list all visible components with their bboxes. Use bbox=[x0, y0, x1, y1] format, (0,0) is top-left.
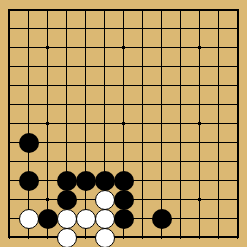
star-point bbox=[122, 46, 125, 49]
board-intersection[interactable] bbox=[95, 209, 114, 228]
black-stone bbox=[152, 209, 172, 229]
white-stone bbox=[57, 209, 77, 229]
board-intersection[interactable] bbox=[19, 114, 38, 133]
board-intersection[interactable] bbox=[95, 133, 114, 152]
board-intersection[interactable] bbox=[133, 133, 152, 152]
board-margin-right bbox=[239, 0, 247, 247]
board-intersection[interactable] bbox=[171, 190, 190, 209]
board-intersection[interactable] bbox=[209, 76, 228, 95]
black-stone bbox=[19, 133, 39, 153]
board-intersection[interactable] bbox=[76, 114, 95, 133]
board-intersection[interactable] bbox=[76, 190, 95, 209]
board-intersection[interactable] bbox=[57, 190, 76, 209]
board-intersection[interactable] bbox=[19, 133, 38, 152]
board-intersection[interactable] bbox=[38, 171, 57, 190]
board-intersection[interactable] bbox=[190, 76, 209, 95]
board-intersection[interactable] bbox=[152, 152, 171, 171]
board-intersection[interactable] bbox=[57, 38, 76, 57]
board-intersection[interactable] bbox=[19, 19, 38, 38]
star-point bbox=[198, 198, 201, 201]
white-stone bbox=[57, 228, 77, 247]
board-intersection[interactable] bbox=[95, 76, 114, 95]
star-point bbox=[198, 46, 201, 49]
board-intersection[interactable] bbox=[209, 114, 228, 133]
board-intersection[interactable] bbox=[209, 209, 228, 228]
white-stone bbox=[95, 228, 115, 247]
board-intersection[interactable] bbox=[209, 19, 228, 38]
board-intersection[interactable] bbox=[57, 209, 76, 228]
board-intersection[interactable] bbox=[57, 76, 76, 95]
board-margin-left bbox=[0, 0, 8, 247]
board-intersection[interactable] bbox=[57, 114, 76, 133]
black-stone bbox=[114, 209, 134, 229]
board-intersection[interactable] bbox=[95, 114, 114, 133]
board-intersection[interactable] bbox=[171, 76, 190, 95]
board-intersection[interactable] bbox=[190, 152, 209, 171]
board-intersection[interactable] bbox=[171, 152, 190, 171]
board-intersection[interactable] bbox=[133, 38, 152, 57]
board-intersection[interactable] bbox=[114, 38, 133, 57]
black-stone bbox=[38, 209, 58, 229]
board-intersection[interactable] bbox=[133, 76, 152, 95]
board-intersection[interactable] bbox=[133, 171, 152, 190]
board-intersection[interactable] bbox=[38, 19, 57, 38]
board-intersection[interactable] bbox=[95, 152, 114, 171]
board-intersection[interactable] bbox=[152, 114, 171, 133]
board-intersection[interactable] bbox=[19, 76, 38, 95]
board-intersection[interactable] bbox=[171, 133, 190, 152]
board-intersection[interactable] bbox=[171, 209, 190, 228]
board-intersection[interactable] bbox=[171, 19, 190, 38]
board-intersection[interactable] bbox=[38, 152, 57, 171]
board-intersection[interactable] bbox=[209, 133, 228, 152]
white-stone bbox=[95, 209, 115, 229]
board-intersection[interactable] bbox=[76, 171, 95, 190]
board-intersection[interactable] bbox=[133, 95, 152, 114]
board-intersection[interactable] bbox=[114, 171, 133, 190]
black-stone bbox=[19, 171, 39, 191]
board-intersection[interactable] bbox=[152, 76, 171, 95]
board-intersection[interactable] bbox=[209, 190, 228, 209]
board-intersection[interactable] bbox=[38, 95, 57, 114]
board-intersection[interactable] bbox=[19, 190, 38, 209]
board-intersection[interactable] bbox=[38, 38, 57, 57]
board-intersection[interactable] bbox=[19, 57, 38, 76]
board-intersection[interactable] bbox=[76, 152, 95, 171]
board-intersection[interactable] bbox=[190, 171, 209, 190]
board-intersection[interactable] bbox=[133, 190, 152, 209]
board-intersection[interactable] bbox=[19, 152, 38, 171]
board-intersection[interactable] bbox=[133, 57, 152, 76]
board-intersection[interactable] bbox=[57, 171, 76, 190]
board-intersection[interactable] bbox=[38, 76, 57, 95]
board-intersection[interactable] bbox=[190, 114, 209, 133]
star-point bbox=[46, 122, 49, 125]
black-stone bbox=[57, 171, 77, 191]
black-stone bbox=[76, 171, 96, 191]
board-intersection[interactable] bbox=[19, 171, 38, 190]
board-intersection[interactable] bbox=[19, 95, 38, 114]
board-intersection[interactable] bbox=[114, 95, 133, 114]
black-stone bbox=[57, 190, 77, 210]
board-intersection[interactable] bbox=[152, 95, 171, 114]
board-intersection[interactable] bbox=[76, 38, 95, 57]
board-intersection[interactable] bbox=[171, 171, 190, 190]
board-intersection[interactable] bbox=[152, 171, 171, 190]
star-point bbox=[46, 46, 49, 49]
board-intersection[interactable] bbox=[95, 171, 114, 190]
board-intersection[interactable] bbox=[114, 190, 133, 209]
board-intersection[interactable] bbox=[114, 57, 133, 76]
board-intersection[interactable] bbox=[38, 209, 57, 228]
board-intersection[interactable] bbox=[114, 114, 133, 133]
board-margin-bottom bbox=[0, 239, 247, 247]
board-intersection[interactable] bbox=[209, 38, 228, 57]
board-intersection[interactable] bbox=[76, 76, 95, 95]
board-intersection[interactable] bbox=[209, 57, 228, 76]
board-intersection[interactable] bbox=[95, 95, 114, 114]
board-intersection[interactable] bbox=[133, 209, 152, 228]
board-intersection[interactable] bbox=[190, 19, 209, 38]
board-intersection[interactable] bbox=[133, 19, 152, 38]
board-intersection[interactable] bbox=[57, 152, 76, 171]
go-board-grid bbox=[0, 0, 247, 247]
board-intersection[interactable] bbox=[171, 38, 190, 57]
board-intersection[interactable] bbox=[57, 95, 76, 114]
board-intersection[interactable] bbox=[57, 19, 76, 38]
board-intersection[interactable] bbox=[190, 190, 209, 209]
black-stone bbox=[114, 171, 134, 191]
board-intersection[interactable] bbox=[171, 114, 190, 133]
board-intersection[interactable] bbox=[152, 38, 171, 57]
board-intersection[interactable] bbox=[114, 76, 133, 95]
board-intersection[interactable] bbox=[76, 57, 95, 76]
board-intersection[interactable] bbox=[38, 57, 57, 76]
board-margin-top bbox=[0, 0, 247, 9]
board-intersection[interactable] bbox=[114, 133, 133, 152]
board-intersection[interactable] bbox=[95, 190, 114, 209]
board-intersection[interactable] bbox=[76, 95, 95, 114]
board-intersection[interactable] bbox=[171, 57, 190, 76]
board-intersection[interactable] bbox=[152, 209, 171, 228]
board-intersection[interactable] bbox=[76, 19, 95, 38]
board-intersection[interactable] bbox=[152, 19, 171, 38]
star-point bbox=[198, 122, 201, 125]
board-intersection[interactable] bbox=[76, 133, 95, 152]
board-intersection[interactable] bbox=[209, 95, 228, 114]
board-intersection[interactable] bbox=[152, 190, 171, 209]
board-intersection[interactable] bbox=[171, 95, 190, 114]
white-stone bbox=[19, 209, 39, 229]
board-intersection[interactable] bbox=[57, 133, 76, 152]
star-point bbox=[46, 198, 49, 201]
white-stone bbox=[76, 209, 96, 229]
board-intersection[interactable] bbox=[114, 19, 133, 38]
black-stone bbox=[114, 190, 134, 210]
board-intersection[interactable] bbox=[38, 190, 57, 209]
board-intersection[interactable] bbox=[114, 152, 133, 171]
board-intersection[interactable] bbox=[190, 38, 209, 57]
board-intersection[interactable] bbox=[133, 114, 152, 133]
black-stone bbox=[95, 171, 115, 191]
board-intersection[interactable] bbox=[57, 228, 76, 247]
board-intersection[interactable] bbox=[95, 19, 114, 38]
board-intersection[interactable] bbox=[190, 95, 209, 114]
board-intersection[interactable] bbox=[95, 57, 114, 76]
board-intersection[interactable] bbox=[114, 209, 133, 228]
board-intersection[interactable] bbox=[38, 114, 57, 133]
board-intersection[interactable] bbox=[38, 133, 57, 152]
board-intersection[interactable] bbox=[19, 209, 38, 228]
board-intersection[interactable] bbox=[57, 57, 76, 76]
board-intersection[interactable] bbox=[133, 152, 152, 171]
board-intersection[interactable] bbox=[95, 228, 114, 247]
white-stone bbox=[95, 190, 115, 210]
board-intersection[interactable] bbox=[76, 209, 95, 228]
board-intersection[interactable] bbox=[190, 209, 209, 228]
board-intersection[interactable] bbox=[190, 133, 209, 152]
board-intersection[interactable] bbox=[19, 38, 38, 57]
star-point bbox=[122, 122, 125, 125]
board-intersection[interactable] bbox=[209, 171, 228, 190]
go-board bbox=[0, 0, 247, 247]
board-intersection[interactable] bbox=[95, 38, 114, 57]
board-intersection[interactable] bbox=[152, 57, 171, 76]
board-intersection[interactable] bbox=[209, 152, 228, 171]
board-intersection[interactable] bbox=[152, 133, 171, 152]
board-intersection[interactable] bbox=[190, 57, 209, 76]
